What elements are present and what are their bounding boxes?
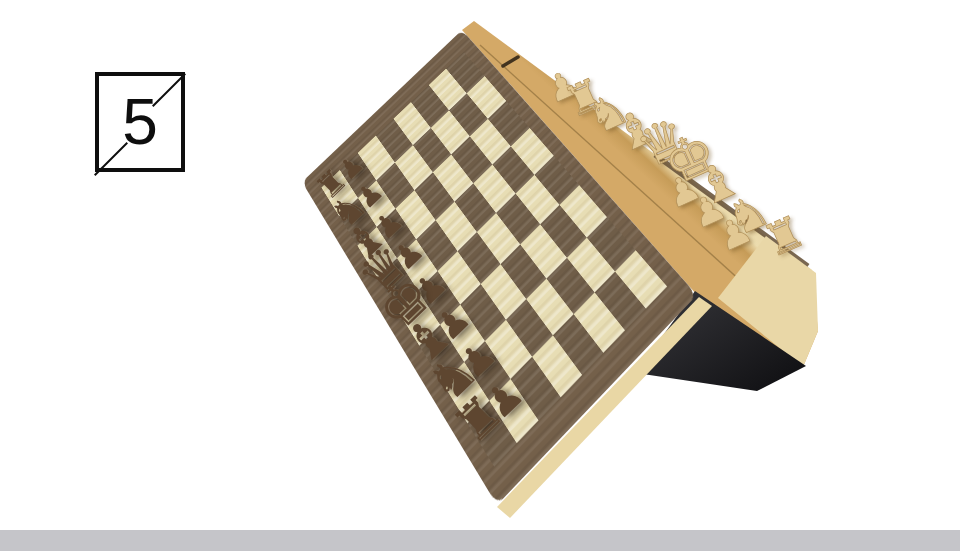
product-photo: ♜♟♞♟♝♟♛♟♚♟♝♟♞♟♜♟♟♜♞♝♛♚♟♝♟♞♟♜ 5 bbox=[0, 0, 960, 551]
badge-slash-bottom-left bbox=[94, 142, 128, 176]
image-index-number: 5 bbox=[122, 85, 158, 159]
bottom-bar bbox=[0, 530, 960, 551]
image-index-badge: 5 bbox=[95, 72, 185, 172]
